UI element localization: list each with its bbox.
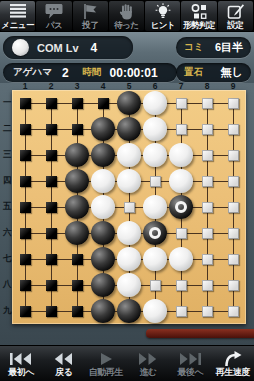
board-cell-2-七[interactable] xyxy=(38,246,64,272)
board-cell-2-九[interactable] xyxy=(38,298,64,324)
col-label-2: 2 xyxy=(49,82,54,90)
board-cell-7-八[interactable] xyxy=(168,272,194,298)
board-cell-1-九[interactable] xyxy=(12,298,38,324)
black-territory-marker xyxy=(46,150,57,161)
white-stone xyxy=(117,273,141,297)
board-cell-8-七[interactable] xyxy=(194,246,220,272)
white-territory-marker xyxy=(202,176,213,187)
board-cell-8-四[interactable] xyxy=(194,168,220,194)
speed-label: 再生速度 xyxy=(216,367,250,378)
board-cell-1-四[interactable] xyxy=(12,168,38,194)
col-label-7: 7 xyxy=(179,82,184,90)
white-territory-marker xyxy=(176,280,187,291)
checkbox-pencil-icon xyxy=(227,2,244,20)
black-stone xyxy=(117,91,141,115)
white-stone xyxy=(143,143,167,167)
speech-bubble-icon xyxy=(45,2,63,20)
forward-label: 進む xyxy=(140,367,157,378)
curved-arrow-icon xyxy=(222,350,244,367)
board-cell-2-二[interactable] xyxy=(38,116,64,142)
black-stone xyxy=(91,143,115,167)
white-territory-marker xyxy=(228,280,239,291)
go-app-screen: メニュー パス 投了 待った ヒント xyxy=(0,0,254,381)
board-cell-7-一[interactable] xyxy=(168,90,194,116)
white-stone xyxy=(169,247,193,271)
board-cell-6-九[interactable] xyxy=(142,298,168,324)
board-cell-2-六[interactable] xyxy=(38,220,64,246)
board-cell-2-八[interactable] xyxy=(38,272,64,298)
board-cell-9-七[interactable] xyxy=(220,246,246,272)
board-cell-5-八[interactable] xyxy=(116,272,142,298)
board-cell-9-九[interactable] xyxy=(220,298,246,324)
board-cell-3-九[interactable] xyxy=(64,298,90,324)
col-label-8: 8 xyxy=(205,82,210,90)
black-territory-marker xyxy=(46,202,57,213)
komi-pill: コミ 6目半 xyxy=(176,37,251,58)
board-cell-3-八[interactable] xyxy=(64,272,90,298)
board-cell-8-九[interactable] xyxy=(194,298,220,324)
shapes-icon xyxy=(190,2,208,20)
white-stone-icon xyxy=(12,39,29,56)
captures-label: アゲハマ xyxy=(13,66,52,79)
handicap-label: 置石 xyxy=(184,66,203,79)
white-stone xyxy=(117,169,141,193)
board-cell-6-六[interactable] xyxy=(142,220,168,246)
board-cell-3-五[interactable] xyxy=(64,194,90,220)
black-territory-marker xyxy=(20,254,31,265)
to-start-label: 最初へ xyxy=(8,367,34,378)
black-stone xyxy=(117,299,141,323)
menu-button-label: メニュー xyxy=(1,20,34,31)
white-stone xyxy=(143,195,167,219)
board-cell-6-八[interactable] xyxy=(142,272,168,298)
handicap-value: 無し xyxy=(221,65,243,80)
board-cell-1-五[interactable] xyxy=(12,194,38,220)
board-cell-7-二[interactable] xyxy=(168,116,194,142)
board-cell-9-二[interactable] xyxy=(220,116,246,142)
black-stone xyxy=(143,221,167,245)
judge-button[interactable]: 形勢判定 xyxy=(181,1,216,31)
time-value: 00:00:01 xyxy=(110,66,158,80)
board-cell-3-六[interactable] xyxy=(64,220,90,246)
board-cell-9-四[interactable] xyxy=(220,168,246,194)
komi-value: 6目半 xyxy=(215,40,243,55)
background-red-object xyxy=(146,329,254,338)
flag-icon xyxy=(82,2,98,20)
captures-value: 2 xyxy=(62,66,69,80)
hand-icon xyxy=(118,2,134,20)
col-label-1: 1 xyxy=(23,82,28,90)
row-label-七: 七 xyxy=(3,253,12,265)
board-cell-4-四[interactable] xyxy=(90,168,116,194)
to-end-label: 最後へ xyxy=(178,367,204,378)
white-territory-marker xyxy=(202,306,213,317)
menu-button[interactable]: メニュー xyxy=(0,1,35,31)
board-cell-8-五[interactable] xyxy=(194,194,220,220)
pass-button[interactable]: パス xyxy=(36,1,71,31)
settings-button[interactable]: 設定 xyxy=(218,1,253,31)
skip-to-end-icon xyxy=(177,350,203,367)
board-cell-7-五[interactable] xyxy=(168,194,194,220)
board-cell-9-三[interactable] xyxy=(220,142,246,168)
black-stone xyxy=(117,117,141,141)
row-label-五: 五 xyxy=(3,201,12,213)
info-area: COM Lv 4 コミ 6目半 アゲハマ 2 時間 00:00:01 置石 無し xyxy=(0,32,254,83)
black-territory-marker xyxy=(46,228,57,239)
row-label-三: 三 xyxy=(3,149,12,161)
captures-time-pill: アゲハマ 2 時間 00:00:01 xyxy=(3,63,177,82)
board-cell-6-七[interactable] xyxy=(142,246,168,272)
white-territory-marker xyxy=(176,228,187,239)
white-stone xyxy=(143,299,167,323)
com-level-value: 4 xyxy=(91,41,98,55)
board-cell-4-二[interactable] xyxy=(90,116,116,142)
black-territory-marker xyxy=(72,254,83,265)
hint-button[interactable]: ヒント xyxy=(145,1,180,31)
white-territory-marker xyxy=(150,176,161,187)
board-cell-5-四[interactable] xyxy=(116,168,142,194)
black-stone xyxy=(91,117,115,141)
board-cell-1-七[interactable] xyxy=(12,246,38,272)
board-cell-4-一[interactable] xyxy=(90,90,116,116)
board-cell-1-三[interactable] xyxy=(12,142,38,168)
black-territory-marker xyxy=(20,176,31,187)
black-territory-marker xyxy=(20,98,31,109)
white-territory-marker xyxy=(228,228,239,239)
white-stone xyxy=(117,143,141,167)
to-start-button[interactable]: 最初へ xyxy=(0,346,42,381)
black-stone xyxy=(65,221,89,245)
board-cell-8-八[interactable] xyxy=(194,272,220,298)
row-label-一: 一 xyxy=(3,97,12,109)
row-label-八: 八 xyxy=(3,279,12,291)
speed-button[interactable]: 再生速度 xyxy=(212,346,254,381)
menu-icon xyxy=(9,2,27,20)
white-stone xyxy=(143,91,167,115)
board-cell-6-四[interactable] xyxy=(142,168,168,194)
board-cell-4-八[interactable] xyxy=(90,272,116,298)
board-cell-9-一[interactable] xyxy=(220,90,246,116)
time-label: 時間 xyxy=(83,66,102,79)
black-stone xyxy=(65,143,89,167)
board-cell-1-一[interactable] xyxy=(12,90,38,116)
settings-button-label: 設定 xyxy=(227,20,243,31)
white-territory-marker xyxy=(202,98,213,109)
board-cells xyxy=(12,90,246,324)
dead-stone-marker xyxy=(149,227,161,239)
black-stone xyxy=(91,299,115,323)
white-territory-marker xyxy=(202,150,213,161)
black-territory-marker xyxy=(46,280,57,291)
black-stone xyxy=(65,169,89,193)
white-stone xyxy=(143,247,167,271)
autoplay-button[interactable]: 自動再生 xyxy=(85,346,127,381)
white-territory-marker xyxy=(176,98,187,109)
board-cell-3-四[interactable] xyxy=(64,168,90,194)
white-territory-marker xyxy=(202,228,213,239)
fast-forward-icon xyxy=(136,350,160,367)
board-cell-6-三[interactable] xyxy=(142,142,168,168)
board-cell-8-一[interactable] xyxy=(194,90,220,116)
black-stone xyxy=(91,221,115,245)
board-cell-9-五[interactable] xyxy=(220,194,246,220)
black-territory-marker xyxy=(20,150,31,161)
board-cell-1-八[interactable] xyxy=(12,272,38,298)
black-territory-marker xyxy=(20,306,31,317)
col-label-6: 6 xyxy=(153,82,158,90)
white-stone xyxy=(117,221,141,245)
col-label-4: 4 xyxy=(101,82,106,90)
go-board xyxy=(12,90,246,324)
board-cell-4-六[interactable] xyxy=(90,220,116,246)
white-territory-marker xyxy=(124,202,135,213)
undo-button[interactable]: 待った xyxy=(109,1,144,31)
row-label-四: 四 xyxy=(3,175,12,187)
white-stone xyxy=(91,195,115,219)
board-cell-7-六[interactable] xyxy=(168,220,194,246)
black-territory-marker xyxy=(46,124,57,135)
board-cell-5-一[interactable] xyxy=(116,90,142,116)
black-territory-marker xyxy=(20,228,31,239)
white-territory-marker xyxy=(202,202,213,213)
board-cell-7-七[interactable] xyxy=(168,246,194,272)
board-cell-5-七[interactable] xyxy=(116,246,142,272)
white-territory-marker xyxy=(202,124,213,135)
playback-toolbar: 最初へ 戻る 自動再生 進む 最後へ xyxy=(0,345,254,381)
board-cell-1-二[interactable] xyxy=(12,116,38,142)
rewind-icon xyxy=(51,350,75,367)
board-cell-6-一[interactable] xyxy=(142,90,168,116)
black-territory-marker xyxy=(46,98,57,109)
black-territory-marker xyxy=(20,280,31,291)
col-label-5: 5 xyxy=(127,82,132,90)
board-cell-2-三[interactable] xyxy=(38,142,64,168)
black-territory-marker xyxy=(46,176,57,187)
black-territory-marker xyxy=(98,98,109,109)
col-label-9: 9 xyxy=(231,82,236,90)
player-info-pill: COM Lv 4 xyxy=(3,36,133,59)
board-cell-5-六[interactable] xyxy=(116,220,142,246)
board-cell-5-三[interactable] xyxy=(116,142,142,168)
top-toolbar: メニュー パス 投了 待った ヒント xyxy=(0,0,254,32)
col-label-3: 3 xyxy=(75,82,80,90)
board-area: 123456789 一二三四五六七八九 xyxy=(0,83,254,345)
board-cell-6-二[interactable] xyxy=(142,116,168,142)
board-cell-2-一[interactable] xyxy=(38,90,64,116)
black-territory-marker xyxy=(72,124,83,135)
board-cell-3-一[interactable] xyxy=(64,90,90,116)
white-stone xyxy=(143,117,167,141)
lightbulb-icon xyxy=(154,2,172,20)
black-territory-marker xyxy=(46,254,57,265)
white-territory-marker xyxy=(176,124,187,135)
black-territory-marker xyxy=(72,280,83,291)
board-cell-7-三[interactable] xyxy=(168,142,194,168)
white-stone xyxy=(91,169,115,193)
row-label-六: 六 xyxy=(3,227,12,239)
white-territory-marker xyxy=(228,98,239,109)
white-stone xyxy=(169,143,193,167)
black-stone xyxy=(91,273,115,297)
white-stone xyxy=(117,247,141,271)
board-cell-7-九[interactable] xyxy=(168,298,194,324)
white-stone xyxy=(169,169,193,193)
board-cell-5-二[interactable] xyxy=(116,116,142,142)
undo-button-label: 待った xyxy=(114,20,138,31)
board-cell-5-五[interactable] xyxy=(116,194,142,220)
board-cell-3-三[interactable] xyxy=(64,142,90,168)
com-label: COM Lv xyxy=(37,42,79,54)
board-cell-4-五[interactable] xyxy=(90,194,116,220)
black-stone xyxy=(65,195,89,219)
resign-button[interactable]: 投了 xyxy=(73,1,108,31)
board-cell-7-四[interactable] xyxy=(168,168,194,194)
board-cell-2-五[interactable] xyxy=(38,194,64,220)
handicap-pill: 置石 無し xyxy=(176,63,251,82)
play-icon xyxy=(96,350,116,367)
board-cell-4-三[interactable] xyxy=(90,142,116,168)
white-territory-marker xyxy=(228,124,239,135)
back-label: 戻る xyxy=(55,367,72,378)
board-cell-8-六[interactable] xyxy=(194,220,220,246)
board-cell-4-七[interactable] xyxy=(90,246,116,272)
white-territory-marker xyxy=(228,176,239,187)
board-cell-5-九[interactable] xyxy=(116,298,142,324)
white-territory-marker xyxy=(202,280,213,291)
row-label-二: 二 xyxy=(3,123,12,135)
black-territory-marker xyxy=(72,306,83,317)
to-end-button[interactable]: 最後へ xyxy=(169,346,211,381)
pass-button-label: パス xyxy=(46,20,62,31)
white-territory-marker xyxy=(202,254,213,265)
white-territory-marker xyxy=(228,150,239,161)
white-territory-marker xyxy=(176,306,187,317)
white-territory-marker xyxy=(150,280,161,291)
board-cell-2-四[interactable] xyxy=(38,168,64,194)
board-cell-3-七[interactable] xyxy=(64,246,90,272)
dead-stone-marker xyxy=(175,201,187,213)
judge-button-label: 形勢判定 xyxy=(183,20,215,31)
black-territory-marker xyxy=(20,202,31,213)
white-territory-marker xyxy=(228,202,239,213)
black-territory-marker xyxy=(46,306,57,317)
board-cell-9-八[interactable] xyxy=(220,272,246,298)
row-label-九: 九 xyxy=(3,305,12,317)
white-territory-marker xyxy=(228,306,239,317)
black-territory-marker xyxy=(72,98,83,109)
board-cell-3-二[interactable] xyxy=(64,116,90,142)
back-button[interactable]: 戻る xyxy=(42,346,84,381)
hint-button-label: ヒント xyxy=(150,20,175,31)
komi-label: コミ xyxy=(184,41,203,54)
black-stone xyxy=(91,247,115,271)
forward-button[interactable]: 進む xyxy=(127,346,169,381)
board-cell-9-六[interactable] xyxy=(220,220,246,246)
white-territory-marker xyxy=(228,254,239,265)
board-cell-1-六[interactable] xyxy=(12,220,38,246)
board-cell-8-三[interactable] xyxy=(194,142,220,168)
board-cell-4-九[interactable] xyxy=(90,298,116,324)
resign-button-label: 投了 xyxy=(82,20,98,31)
board-cell-8-二[interactable] xyxy=(194,116,220,142)
autoplay-label: 自動再生 xyxy=(89,367,123,378)
skip-to-start-icon xyxy=(8,350,34,367)
black-stone xyxy=(169,195,193,219)
board-cell-6-五[interactable] xyxy=(142,194,168,220)
black-territory-marker xyxy=(20,124,31,135)
